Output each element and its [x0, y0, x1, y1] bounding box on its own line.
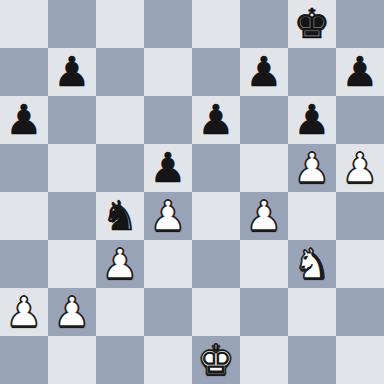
square-h5[interactable]: ♟ [336, 144, 384, 192]
square-b1[interactable] [48, 336, 96, 384]
square-b4[interactable] [48, 192, 96, 240]
square-f4[interactable]: ♟ [240, 192, 288, 240]
square-g5[interactable]: ♟ [288, 144, 336, 192]
square-f3[interactable] [240, 240, 288, 288]
square-f5[interactable] [240, 144, 288, 192]
piece-white-pawn[interactable]: ♟ [336, 144, 384, 192]
piece-black-pawn[interactable]: ♟ [144, 144, 192, 192]
square-f1[interactable] [240, 336, 288, 384]
square-d4[interactable]: ♟ [144, 192, 192, 240]
square-h4[interactable] [336, 192, 384, 240]
square-c7[interactable] [96, 48, 144, 96]
piece-black-pawn[interactable]: ♟ [288, 96, 336, 144]
square-c6[interactable] [96, 96, 144, 144]
square-g2[interactable] [288, 288, 336, 336]
square-c2[interactable] [96, 288, 144, 336]
square-e2[interactable] [192, 288, 240, 336]
square-b2[interactable]: ♟ [48, 288, 96, 336]
piece-white-pawn[interactable]: ♟ [144, 192, 192, 240]
chess-board: ♚♟♟♟♟♟♟♟♟♟♞♟♟♟♞♟♟♚ [0, 0, 384, 384]
square-e5[interactable] [192, 144, 240, 192]
piece-white-pawn[interactable]: ♟ [240, 192, 288, 240]
square-d2[interactable] [144, 288, 192, 336]
square-f2[interactable] [240, 288, 288, 336]
square-g7[interactable] [288, 48, 336, 96]
square-g4[interactable] [288, 192, 336, 240]
square-a3[interactable] [0, 240, 48, 288]
square-h7[interactable]: ♟ [336, 48, 384, 96]
piece-white-pawn[interactable]: ♟ [96, 240, 144, 288]
piece-black-pawn[interactable]: ♟ [336, 48, 384, 96]
square-e7[interactable] [192, 48, 240, 96]
square-b7[interactable]: ♟ [48, 48, 96, 96]
piece-black-pawn[interactable]: ♟ [240, 48, 288, 96]
square-e4[interactable] [192, 192, 240, 240]
square-c4[interactable]: ♞ [96, 192, 144, 240]
square-d8[interactable] [144, 0, 192, 48]
square-a2[interactable]: ♟ [0, 288, 48, 336]
square-b3[interactable] [48, 240, 96, 288]
square-b5[interactable] [48, 144, 96, 192]
square-a7[interactable] [0, 48, 48, 96]
square-c8[interactable] [96, 0, 144, 48]
square-f8[interactable] [240, 0, 288, 48]
piece-white-pawn[interactable]: ♟ [288, 144, 336, 192]
square-h3[interactable] [336, 240, 384, 288]
square-h6[interactable] [336, 96, 384, 144]
square-d5[interactable]: ♟ [144, 144, 192, 192]
square-e1[interactable]: ♚ [192, 336, 240, 384]
square-e6[interactable]: ♟ [192, 96, 240, 144]
piece-black-pawn[interactable]: ♟ [192, 96, 240, 144]
square-h1[interactable] [336, 336, 384, 384]
square-d3[interactable] [144, 240, 192, 288]
piece-white-pawn[interactable]: ♟ [48, 288, 96, 336]
square-a5[interactable] [0, 144, 48, 192]
square-d6[interactable] [144, 96, 192, 144]
square-g6[interactable]: ♟ [288, 96, 336, 144]
square-a8[interactable] [0, 0, 48, 48]
square-h8[interactable] [336, 0, 384, 48]
piece-black-pawn[interactable]: ♟ [0, 96, 48, 144]
square-d1[interactable] [144, 336, 192, 384]
piece-white-knight[interactable]: ♞ [288, 240, 336, 288]
square-f6[interactable] [240, 96, 288, 144]
square-d7[interactable] [144, 48, 192, 96]
square-g8[interactable]: ♚ [288, 0, 336, 48]
piece-black-king[interactable]: ♚ [288, 0, 336, 48]
square-g3[interactable]: ♞ [288, 240, 336, 288]
square-a1[interactable] [0, 336, 48, 384]
square-b6[interactable] [48, 96, 96, 144]
square-a4[interactable] [0, 192, 48, 240]
square-c5[interactable] [96, 144, 144, 192]
square-b8[interactable] [48, 0, 96, 48]
square-h2[interactable] [336, 288, 384, 336]
piece-black-pawn[interactable]: ♟ [48, 48, 96, 96]
piece-black-knight[interactable]: ♞ [96, 192, 144, 240]
piece-white-king[interactable]: ♚ [192, 336, 240, 384]
square-f7[interactable]: ♟ [240, 48, 288, 96]
square-c3[interactable]: ♟ [96, 240, 144, 288]
square-c1[interactable] [96, 336, 144, 384]
square-a6[interactable]: ♟ [0, 96, 48, 144]
square-e3[interactable] [192, 240, 240, 288]
square-g1[interactable] [288, 336, 336, 384]
square-e8[interactable] [192, 0, 240, 48]
piece-white-pawn[interactable]: ♟ [0, 288, 48, 336]
